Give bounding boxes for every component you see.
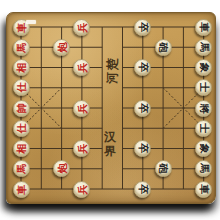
piece-red-general[interactable]: 帥: [13, 100, 30, 117]
piece-glyph: 相: [14, 144, 29, 154]
piece-black-soldier[interactable]: 卒: [134, 19, 151, 36]
piece-glyph: 卒: [135, 184, 150, 194]
piece-glyph: 仕: [14, 83, 29, 93]
piece-glyph: 車: [196, 22, 211, 32]
piece-red-elephant[interactable]: 相: [13, 59, 30, 76]
piece-glyph: 卒: [135, 144, 150, 154]
piece-glyph: 兵: [74, 144, 89, 154]
piece-red-advisor[interactable]: 仕: [13, 79, 30, 96]
piece-glyph: 卒: [135, 63, 150, 73]
piece-red-chariot[interactable]: 車: [13, 181, 30, 198]
piece-glyph: 帥: [14, 103, 29, 113]
piece-glyph: 炮: [54, 42, 69, 52]
piece-black-chariot[interactable]: 車: [195, 181, 212, 198]
piece-red-elephant[interactable]: 相: [13, 140, 30, 157]
piece-red-soldier[interactable]: 兵: [73, 19, 90, 36]
piece-red-soldier[interactable]: 兵: [73, 181, 90, 198]
piece-glyph: 象: [196, 63, 211, 73]
piece-glyph: 象: [196, 144, 211, 154]
piece-black-soldier[interactable]: 卒: [134, 100, 151, 117]
piece-glyph: 仕: [14, 123, 29, 133]
piece-glyph: 炮: [54, 164, 69, 174]
piece-black-cannon[interactable]: 砲: [155, 160, 172, 177]
piece-glyph: 馬: [196, 42, 211, 52]
piece-black-advisor[interactable]: 士: [195, 120, 212, 137]
piece-glyph: 士: [196, 83, 211, 93]
piece-glyph: 將: [196, 103, 211, 113]
piece-glyph: 馬: [196, 164, 211, 174]
piece-glyph: 卒: [135, 22, 150, 32]
piece-black-chariot[interactable]: 車: [195, 19, 212, 36]
piece-glyph: 卒: [135, 103, 150, 113]
photo-backdrop: 楚 河 汉 界 車馬相仕帥仕相馬車炮炮兵兵兵兵兵卒卒卒卒卒砲砲車馬象士將士象馬車: [0, 0, 220, 220]
xiangqi-board: 楚 河 汉 界 車馬相仕帥仕相馬車炮炮兵兵兵兵兵卒卒卒卒卒砲砲車馬象士將士象馬車: [6, 12, 216, 204]
piece-glyph: 砲: [156, 164, 171, 174]
piece-glyph: 兵: [74, 184, 89, 194]
piece-glyph: 車: [14, 184, 29, 194]
piece-red-soldier[interactable]: 兵: [73, 100, 90, 117]
piece-glyph: 相: [14, 63, 29, 73]
piece-glyph: 兵: [74, 103, 89, 113]
piece-glyph: 砲: [156, 42, 171, 52]
piece-black-horse[interactable]: 馬: [195, 39, 212, 56]
piece-glyph: 兵: [74, 63, 89, 73]
piece-glyph: 士: [196, 123, 211, 133]
piece-glyph: 兵: [74, 22, 89, 32]
piece-glyph: 馬: [14, 42, 29, 52]
piece-black-soldier[interactable]: 卒: [134, 181, 151, 198]
piece-black-general[interactable]: 將: [195, 100, 212, 117]
piece-glyph: 車: [196, 184, 211, 194]
piece-red-horse[interactable]: 馬: [13, 160, 30, 177]
watermark: [26, 20, 36, 24]
piece-glyph: 馬: [14, 164, 29, 174]
piece-black-cannon[interactable]: 砲: [155, 39, 172, 56]
piece-red-advisor[interactable]: 仕: [13, 120, 30, 137]
piece-red-horse[interactable]: 馬: [13, 39, 30, 56]
board-grid: [7, 13, 215, 203]
piece-red-cannon[interactable]: 炮: [53, 39, 70, 56]
